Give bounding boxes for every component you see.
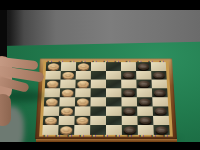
square-r4c8: ⛂ <box>152 88 168 97</box>
square-r7c2 <box>59 116 75 125</box>
square-r4c3 <box>75 88 91 97</box>
light-piece: ⛀ <box>62 72 74 79</box>
square-r8c7 <box>138 125 154 135</box>
dark-piece: ⛂ <box>123 89 135 96</box>
square-r3c7: ⛂ <box>136 80 152 89</box>
square-r5c2 <box>59 97 75 106</box>
square-r8c6: ⛂ <box>122 125 138 135</box>
light-piece: ⛀ <box>78 63 90 70</box>
square-r1c2 <box>61 62 76 71</box>
square-r3c2 <box>60 80 76 89</box>
square-r8c5 <box>106 125 122 135</box>
square-r8c3 <box>74 125 90 135</box>
dark-piece: ⛂ <box>139 117 152 124</box>
square-r6c3 <box>75 106 91 115</box>
square-r2c2: ⛀ <box>60 71 75 80</box>
square-r3c4 <box>91 80 106 89</box>
square-r6c5 <box>106 106 122 115</box>
dark-piece: ⛂ <box>123 107 135 114</box>
square-r7c6 <box>122 116 138 125</box>
square-r7c8 <box>153 116 169 125</box>
hand-forearm <box>0 94 11 126</box>
square-r3c6 <box>121 80 136 89</box>
square-r1c4 <box>91 62 106 71</box>
square-r6c7 <box>137 106 153 115</box>
video-frame: ⛀⛀⛂⛀⛂⛂⛀⛀⛂⛀⛂⛂⛀⛀⛂⛀⛂⛂⛀⛀⛂⛀⛂⛂ <box>0 0 200 150</box>
square-r5c5 <box>106 97 122 106</box>
square-r3c8 <box>152 80 168 89</box>
square-r1c8 <box>151 62 166 71</box>
letterbox-top-bar <box>0 0 200 10</box>
square-r2c3 <box>76 71 91 80</box>
square-r1c3: ⛀ <box>76 62 91 71</box>
light-piece: ⛀ <box>61 89 73 96</box>
square-r5c8 <box>152 97 168 106</box>
light-piece: ⛀ <box>77 98 89 105</box>
square-r2c5 <box>106 71 121 80</box>
square-r4c6: ⛂ <box>121 88 137 97</box>
square-r8c8: ⛂ <box>153 125 169 135</box>
square-r8c4 <box>90 125 106 135</box>
square-r5c6 <box>121 97 137 106</box>
light-piece: ⛀ <box>76 117 88 124</box>
square-r6c2: ⛀ <box>59 106 75 115</box>
square-r8c2: ⛀ <box>58 125 74 135</box>
light-piece: ⛀ <box>77 80 89 87</box>
player-hand <box>0 0 60 150</box>
square-r5c4 <box>90 97 106 106</box>
square-r7c3: ⛀ <box>74 116 90 125</box>
square-r2c4 <box>91 71 106 80</box>
square-r1c7: ⛂ <box>136 62 151 71</box>
dark-piece: ⛂ <box>154 107 167 114</box>
square-r4c4 <box>91 88 106 97</box>
letterbox-bottom-bar <box>0 142 200 150</box>
square-r7c4 <box>90 116 106 125</box>
dark-piece: ⛂ <box>154 89 166 96</box>
dark-piece: ⛂ <box>124 126 137 133</box>
dark-piece: ⛂ <box>138 80 150 87</box>
square-r1c6 <box>121 62 136 71</box>
square-r2c6: ⛂ <box>121 71 136 80</box>
dark-piece: ⛂ <box>139 98 151 105</box>
square-r1c5 <box>106 62 121 71</box>
board-grid: ⛀⛀⛂⛀⛂⛂⛀⛀⛂⛀⛂⛂⛀⛀⛂⛀⛂⛂⛀⛀⛂⛀⛂⛂ <box>42 62 170 134</box>
square-r4c2: ⛀ <box>60 88 76 97</box>
square-r6c6: ⛂ <box>122 106 138 115</box>
square-r7c5 <box>106 116 122 125</box>
dark-piece: ⛂ <box>123 72 135 79</box>
square-r2c7 <box>136 71 151 80</box>
square-r6c8: ⛂ <box>153 106 169 115</box>
square-r4c7 <box>137 88 153 97</box>
light-piece: ⛀ <box>61 107 73 114</box>
light-piece: ⛀ <box>60 126 73 133</box>
square-r3c3: ⛀ <box>75 80 90 89</box>
dark-piece: ⛂ <box>155 126 168 133</box>
square-r2c8: ⛂ <box>151 71 167 80</box>
square-r5c7: ⛂ <box>137 97 153 106</box>
square-r6c4 <box>90 106 106 115</box>
dark-piece: ⛂ <box>138 63 150 70</box>
square-r4c5 <box>106 88 121 97</box>
square-r5c3: ⛀ <box>75 97 91 106</box>
square-r3c5 <box>106 80 121 89</box>
square-r7c7: ⛂ <box>137 116 153 125</box>
dark-piece: ⛂ <box>153 72 165 79</box>
